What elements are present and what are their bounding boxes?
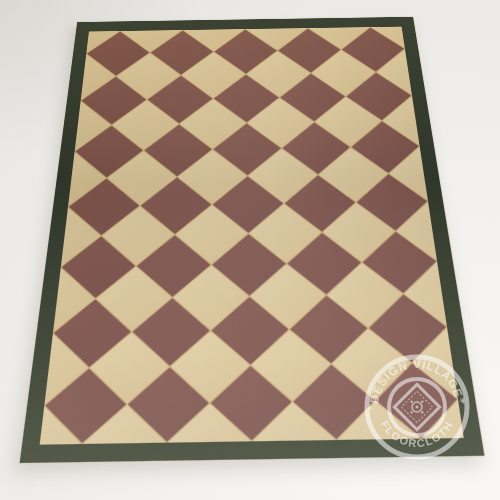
watermark-emblem-icon — [394, 384, 439, 429]
watermark-stamp: DESIGN VILLAGE® FLOORCLOTH ✦ ✦ — [357, 347, 477, 467]
separator-star-left-icon: ✦ — [366, 404, 373, 413]
separator-star-right-icon: ✦ — [460, 397, 467, 406]
watermark-top-arc-text: DESIGN VILLAGE® — [368, 358, 466, 405]
